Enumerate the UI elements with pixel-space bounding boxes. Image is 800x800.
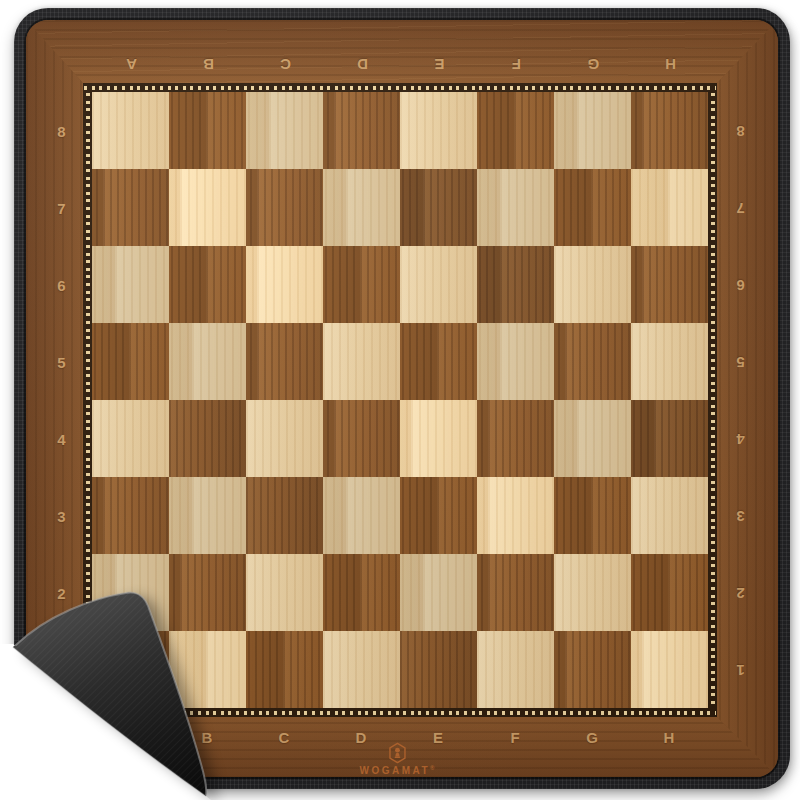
square-f2[interactable] <box>477 554 554 631</box>
square-h2[interactable] <box>631 554 708 631</box>
square-c2[interactable] <box>246 554 323 631</box>
square-f3[interactable] <box>477 477 554 554</box>
inlay-border-left <box>83 92 92 708</box>
chess-board <box>92 92 708 708</box>
square-c6[interactable] <box>246 246 323 323</box>
square-f7[interactable] <box>477 169 554 246</box>
square-e1[interactable] <box>400 631 477 708</box>
square-e3[interactable] <box>400 477 477 554</box>
hexagon-pawn-icon <box>387 742 407 764</box>
square-e2[interactable] <box>400 554 477 631</box>
square-a1[interactable] <box>92 631 169 708</box>
square-d7[interactable] <box>323 169 400 246</box>
square-d3[interactable] <box>323 477 400 554</box>
square-g2[interactable] <box>554 554 631 631</box>
square-g4[interactable] <box>554 400 631 477</box>
square-d8[interactable] <box>323 92 400 169</box>
inlay-border-top <box>83 83 717 92</box>
square-h5[interactable] <box>631 323 708 400</box>
square-a3[interactable] <box>92 477 169 554</box>
square-h8[interactable] <box>631 92 708 169</box>
square-d5[interactable] <box>323 323 400 400</box>
square-d2[interactable] <box>323 554 400 631</box>
square-h4[interactable] <box>631 400 708 477</box>
square-c8[interactable] <box>246 92 323 169</box>
square-g6[interactable] <box>554 246 631 323</box>
square-c3[interactable] <box>246 477 323 554</box>
square-h7[interactable] <box>631 169 708 246</box>
square-g5[interactable] <box>554 323 631 400</box>
square-b2[interactable] <box>169 554 246 631</box>
square-b6[interactable] <box>169 246 246 323</box>
square-g8[interactable] <box>554 92 631 169</box>
square-h3[interactable] <box>631 477 708 554</box>
square-b1[interactable] <box>169 631 246 708</box>
square-c7[interactable] <box>246 169 323 246</box>
square-g1[interactable] <box>554 631 631 708</box>
square-f6[interactable] <box>477 246 554 323</box>
inlay-border-bottom <box>83 708 717 717</box>
square-a5[interactable] <box>92 323 169 400</box>
square-e4[interactable] <box>400 400 477 477</box>
square-d1[interactable] <box>323 631 400 708</box>
square-d4[interactable] <box>323 400 400 477</box>
square-f5[interactable] <box>477 323 554 400</box>
square-a4[interactable] <box>92 400 169 477</box>
square-c1[interactable] <box>246 631 323 708</box>
square-f4[interactable] <box>477 400 554 477</box>
square-e6[interactable] <box>400 246 477 323</box>
square-a6[interactable] <box>92 246 169 323</box>
brand-name: WOGAMAT® <box>359 765 434 776</box>
square-e8[interactable] <box>400 92 477 169</box>
square-g3[interactable] <box>554 477 631 554</box>
square-a7[interactable] <box>92 169 169 246</box>
inlay-border-right <box>708 92 717 708</box>
product-photo: AABBCCDDEEFFGGHH8877665544332211 WOGAMAT… <box>0 0 800 800</box>
square-d6[interactable] <box>323 246 400 323</box>
square-b5[interactable] <box>169 323 246 400</box>
square-a8[interactable] <box>92 92 169 169</box>
square-a2[interactable] <box>92 554 169 631</box>
square-b8[interactable] <box>169 92 246 169</box>
square-b4[interactable] <box>169 400 246 477</box>
square-b3[interactable] <box>169 477 246 554</box>
square-c4[interactable] <box>246 400 323 477</box>
square-g7[interactable] <box>554 169 631 246</box>
square-c5[interactable] <box>246 323 323 400</box>
brand-logo: WOGAMAT® <box>359 742 434 776</box>
square-b7[interactable] <box>169 169 246 246</box>
square-e5[interactable] <box>400 323 477 400</box>
square-f1[interactable] <box>477 631 554 708</box>
square-h6[interactable] <box>631 246 708 323</box>
square-e7[interactable] <box>400 169 477 246</box>
square-f8[interactable] <box>477 92 554 169</box>
square-h1[interactable] <box>631 631 708 708</box>
